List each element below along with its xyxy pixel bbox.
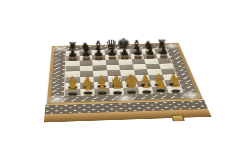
piece-white-rook: ♜ bbox=[168, 76, 183, 92]
piece-cell-e1: ♚ bbox=[123, 87, 139, 94]
piece-base bbox=[127, 90, 136, 93]
piece-base bbox=[159, 55, 167, 58]
queen-glyph: ♛ bbox=[110, 76, 124, 92]
piece-black-pawn: ♟ bbox=[79, 47, 92, 60]
piece-black-pawn: ♟ bbox=[131, 46, 144, 58]
chess-box: ♜♞♝♛♚♝♞♜♟♟♟♟♟♟♟♟♟♟♟♟♟♟♟♟♜♞♝♛♚♝♞♜ bbox=[45, 43, 211, 124]
piece-base bbox=[68, 92, 77, 95]
piece-cell-c1: ♝ bbox=[94, 88, 109, 95]
piece-cell-g7: ♟ bbox=[143, 54, 157, 59]
scene: ♜♞♝♛♚♝♞♜♟♟♟♟♟♟♟♟♟♟♟♟♟♟♟♟♜♞♝♛♚♝♞♜ bbox=[0, 0, 240, 150]
piece-base bbox=[146, 55, 154, 58]
piece-base bbox=[95, 57, 103, 60]
piece-base bbox=[112, 90, 121, 93]
piece-base bbox=[121, 56, 129, 59]
piece-white-queen: ♛ bbox=[109, 76, 124, 94]
piece-white-king: ♚ bbox=[124, 74, 139, 93]
king-glyph: ♚ bbox=[124, 74, 139, 91]
piece-cell-a6 bbox=[66, 61, 79, 67]
piece-white-bishop: ♝ bbox=[139, 76, 154, 93]
board-top-face: ♜♞♝♛♚♝♞♜♟♟♟♟♟♟♟♟♟♟♟♟♟♟♟♟♜♞♝♛♚♝♞♜ bbox=[47, 43, 203, 105]
piece-black-pawn: ♟ bbox=[105, 47, 118, 59]
piece-cell-f7: ♟ bbox=[130, 54, 144, 59]
piece-cell-g1: ♞ bbox=[152, 86, 168, 93]
piece-base bbox=[83, 91, 92, 94]
rook-glyph: ♜ bbox=[169, 76, 181, 90]
knight-glyph: ♞ bbox=[154, 76, 167, 90]
filigree-ornament bbox=[161, 42, 182, 49]
piece-base bbox=[108, 56, 116, 59]
bishop-glyph: ♝ bbox=[139, 76, 152, 91]
piece-cell-d7: ♟ bbox=[105, 55, 119, 60]
piece-black-pawn: ♟ bbox=[144, 46, 157, 58]
piece-cell-h7: ♟ bbox=[155, 53, 169, 58]
piece-cell-c7: ♟ bbox=[92, 55, 105, 60]
piece-white-knight: ♞ bbox=[80, 78, 95, 94]
piece-cell-e7: ♟ bbox=[117, 54, 131, 59]
piece-base bbox=[156, 89, 165, 92]
piece-base bbox=[82, 57, 90, 60]
piece-cell-a7: ♟ bbox=[66, 56, 79, 61]
piece-cell-a1: ♜ bbox=[65, 89, 80, 96]
piece-white-knight: ♞ bbox=[153, 76, 168, 92]
piece-cell-b1: ♞ bbox=[80, 88, 95, 95]
photo-stage: ♜♞♝♛♚♝♞♜♟♟♟♟♟♟♟♟♟♟♟♟♟♟♟♟♜♞♝♛♚♝♞♜ bbox=[0, 0, 240, 150]
piece-black-pawn: ♟ bbox=[92, 47, 105, 59]
piece-cell-f1: ♝ bbox=[137, 87, 153, 94]
piece-cell-d1: ♛ bbox=[109, 88, 124, 95]
piece-white-rook: ♜ bbox=[65, 79, 80, 95]
piece-base bbox=[142, 89, 151, 92]
piece-white-bishop: ♝ bbox=[95, 77, 110, 94]
piece-base bbox=[98, 91, 107, 94]
bishop-glyph: ♝ bbox=[95, 77, 108, 92]
knight-glyph: ♞ bbox=[81, 78, 94, 92]
piece-black-pawn: ♟ bbox=[118, 46, 131, 58]
rook-glyph: ♜ bbox=[66, 79, 78, 93]
piece-base bbox=[171, 89, 180, 92]
piece-cell-b7: ♟ bbox=[79, 55, 92, 60]
filigree-ornament bbox=[50, 45, 69, 52]
piece-cell-h1: ♜ bbox=[166, 86, 183, 93]
piece-base bbox=[134, 56, 142, 59]
piece-base bbox=[69, 57, 77, 60]
